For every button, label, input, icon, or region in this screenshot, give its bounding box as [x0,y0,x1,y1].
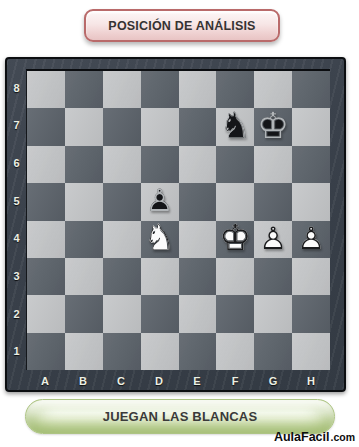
rank-label-5: 5 [13,195,19,207]
square-d2 [141,295,179,332]
file-label-c: C [117,375,125,387]
square-a3 [27,258,65,295]
brand-name: AulaFacil [274,431,330,444]
square-h3 [292,258,330,295]
square-h8 [292,71,330,108]
square-f7: ♞♘ [216,108,254,145]
square-h7 [292,108,330,145]
square-a5 [27,183,65,220]
square-f6 [216,146,254,183]
pawn-outline-icon: ♙ [141,182,179,219]
square-b5 [65,183,103,220]
square-e1 [179,333,217,370]
square-f5 [216,183,254,220]
square-f2 [216,295,254,332]
square-a8 [27,71,65,108]
file-label-a: A [41,375,49,387]
square-h6 [292,146,330,183]
square-b3 [65,258,103,295]
turn-banner-label: JUEGAN LAS BLANCAS [103,409,258,424]
square-b7 [65,108,103,145]
analysis-banner: POSICIÓN DE ANÁLISIS [84,9,280,42]
square-c5 [103,183,141,220]
white-knight-d4-piece: ♞♘ [141,221,179,258]
rank-label-8: 8 [13,82,19,94]
square-g6 [254,146,292,183]
file-label-d: D [155,375,163,387]
rank-labels: 87654321 [7,69,26,370]
square-g1 [254,333,292,370]
square-c1 [103,333,141,370]
square-f8 [216,71,254,108]
square-a4 [27,221,65,258]
rank-label-2: 2 [13,308,19,320]
square-d7 [141,108,179,145]
file-label-b: B [79,375,87,387]
knight-outline-icon: ♘ [141,220,179,257]
square-g4: ♟♙ [254,221,292,258]
square-b6 [65,146,103,183]
brand-text: AulaFacil.com [274,431,355,444]
pawn-outline-icon: ♙ [254,220,292,257]
square-b4 [65,221,103,258]
king-outline-icon: ♔ [254,107,292,144]
white-pawn-g4-piece: ♟♙ [254,221,292,258]
square-e7 [179,108,217,145]
square-a6 [27,146,65,183]
square-g8 [254,71,292,108]
rank-label-6: 6 [13,157,19,169]
square-g3 [254,258,292,295]
pawn-outline-icon: ♙ [292,220,330,257]
square-c8 [103,71,141,108]
square-b1 [65,333,103,370]
white-pawn-h4-piece: ♟♙ [292,221,330,258]
square-g2 [254,295,292,332]
brand-suffix: .com [330,432,355,443]
square-g5 [254,183,292,220]
rank-label-3: 3 [13,270,19,282]
square-c3 [103,258,141,295]
square-f3 [216,258,254,295]
square-c7 [103,108,141,145]
file-label-f: F [232,375,239,387]
square-c2 [103,295,141,332]
knight-outline-icon: ♘ [216,107,254,144]
rank-label-4: 4 [13,232,19,244]
white-king-f4-piece: ♚♔ [216,221,254,258]
square-b8 [65,71,103,108]
square-e4 [179,221,217,258]
square-g7: ♚♔ [254,108,292,145]
square-h2 [292,295,330,332]
rank-label-7: 7 [13,119,19,131]
square-e5 [179,183,217,220]
black-knight-f7-piece: ♞♘ [216,108,254,145]
square-e8 [179,71,217,108]
square-d3 [141,258,179,295]
square-d1 [141,333,179,370]
square-d4: ♞♘ [141,221,179,258]
black-king-g7-piece: ♚♔ [254,108,292,145]
square-c4 [103,221,141,258]
square-f4: ♚♔ [216,221,254,258]
square-h1 [292,333,330,370]
black-pawn-d5-piece: ♟♙ [141,183,179,220]
square-d5: ♟♙ [141,183,179,220]
square-a7 [27,108,65,145]
rank-label-1: 1 [13,345,19,357]
king-outline-icon: ♔ [216,220,254,257]
square-h4: ♟♙ [292,221,330,258]
square-f1 [216,333,254,370]
square-e6 [179,146,217,183]
file-label-e: E [193,375,200,387]
file-label-h: H [307,375,315,387]
square-a1 [27,333,65,370]
chess-board: 87654321 ♞♘♚♔♟♙♞♘♚♔♟♙♟♙ ABCDEFGH [5,57,346,392]
board-squares: ♞♘♚♔♟♙♞♘♚♔♟♙♟♙ [26,69,330,370]
turn-banner: JUEGAN LAS BLANCAS [25,399,335,434]
square-h5 [292,183,330,220]
square-d6 [141,146,179,183]
square-a2 [27,295,65,332]
analysis-banner-label: POSICIÓN DE ANÁLISIS [108,19,255,33]
square-c6 [103,146,141,183]
square-e2 [179,295,217,332]
file-label-g: G [269,375,278,387]
square-b2 [65,295,103,332]
square-d8 [141,71,179,108]
square-e3 [179,258,217,295]
file-labels: ABCDEFGH [26,370,330,392]
